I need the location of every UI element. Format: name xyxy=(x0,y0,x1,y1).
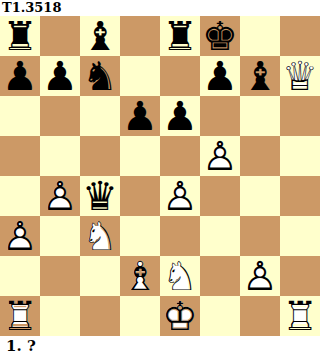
white-knight-outline-icon: ♘ xyxy=(160,256,200,296)
piece-black-knight[interactable]: ♞ xyxy=(80,56,120,96)
black-pawn-icon: ♟ xyxy=(200,56,240,96)
piece-black-bishop[interactable]: ♝ xyxy=(240,56,280,96)
square-f2[interactable] xyxy=(200,256,240,296)
square-b8[interactable] xyxy=(40,16,80,56)
square-h8[interactable] xyxy=(280,16,320,56)
square-e2[interactable]: ♞♘ xyxy=(160,256,200,296)
square-d4[interactable] xyxy=(120,176,160,216)
square-b7[interactable]: ♟ xyxy=(40,56,80,96)
white-pawn-outline-icon: ♙ xyxy=(160,176,200,216)
square-f8[interactable]: ♚ xyxy=(200,16,240,56)
square-h4[interactable] xyxy=(280,176,320,216)
black-rook-icon: ♜ xyxy=(0,16,40,56)
piece-black-pawn[interactable]: ♟ xyxy=(200,56,240,96)
piece-black-pawn[interactable]: ♟ xyxy=(40,56,80,96)
black-rook-icon: ♜ xyxy=(160,16,200,56)
square-d3[interactable] xyxy=(120,216,160,256)
square-c2[interactable] xyxy=(80,256,120,296)
square-a3[interactable]: ♟♙ xyxy=(0,216,40,256)
square-b3[interactable] xyxy=(40,216,80,256)
piece-black-pawn[interactable]: ♟ xyxy=(0,56,40,96)
square-a5[interactable] xyxy=(0,136,40,176)
square-f5[interactable]: ♟♙ xyxy=(200,136,240,176)
square-a1[interactable]: ♜♖ xyxy=(0,296,40,336)
square-a6[interactable] xyxy=(0,96,40,136)
square-g6[interactable] xyxy=(240,96,280,136)
square-g3[interactable] xyxy=(240,216,280,256)
black-pawn-icon: ♟ xyxy=(40,56,80,96)
black-queen-icon: ♛ xyxy=(80,176,120,216)
piece-black-rook[interactable]: ♜ xyxy=(0,16,40,56)
piece-black-king[interactable]: ♚ xyxy=(200,16,240,56)
piece-black-pawn[interactable]: ♟ xyxy=(120,96,160,136)
piece-white-pawn[interactable]: ♟♙ xyxy=(240,256,280,296)
black-bishop-icon: ♝ xyxy=(80,16,120,56)
white-rook-outline-icon: ♖ xyxy=(0,296,40,336)
square-h7[interactable]: ♛♕ xyxy=(280,56,320,96)
square-g1[interactable] xyxy=(240,296,280,336)
piece-black-pawn[interactable]: ♟ xyxy=(160,96,200,136)
black-bishop-icon: ♝ xyxy=(240,56,280,96)
square-c7[interactable]: ♞ xyxy=(80,56,120,96)
puzzle-id: T1.3518 xyxy=(0,0,320,16)
square-c8[interactable]: ♝ xyxy=(80,16,120,56)
square-f4[interactable] xyxy=(200,176,240,216)
square-e8[interactable]: ♜ xyxy=(160,16,200,56)
square-g7[interactable]: ♝ xyxy=(240,56,280,96)
white-king-outline-icon: ♔ xyxy=(160,296,200,336)
piece-black-bishop[interactable]: ♝ xyxy=(80,16,120,56)
square-h3[interactable] xyxy=(280,216,320,256)
square-a4[interactable] xyxy=(0,176,40,216)
square-f3[interactable] xyxy=(200,216,240,256)
white-pawn-outline-icon: ♙ xyxy=(40,176,80,216)
square-h5[interactable] xyxy=(280,136,320,176)
square-d2[interactable]: ♝♗ xyxy=(120,256,160,296)
square-f7[interactable]: ♟ xyxy=(200,56,240,96)
piece-white-bishop[interactable]: ♝♗ xyxy=(120,256,160,296)
piece-black-rook[interactable]: ♜ xyxy=(160,16,200,56)
white-pawn-outline-icon: ♙ xyxy=(240,256,280,296)
chess-puzzle-window: T1.3518 ♜♝♜♚♟♟♞♟♝♛♕♟♟♟♙♟♙♛♟♙♟♙♞♘♝♗♞♘♟♙♜♖… xyxy=(0,0,320,360)
piece-white-pawn[interactable]: ♟♙ xyxy=(200,136,240,176)
square-d1[interactable] xyxy=(120,296,160,336)
square-g5[interactable] xyxy=(240,136,280,176)
black-pawn-icon: ♟ xyxy=(160,96,200,136)
square-c1[interactable] xyxy=(80,296,120,336)
square-b5[interactable] xyxy=(40,136,80,176)
piece-white-rook[interactable]: ♜♖ xyxy=(0,296,40,336)
square-c6[interactable] xyxy=(80,96,120,136)
square-d6[interactable]: ♟ xyxy=(120,96,160,136)
square-c3[interactable]: ♞♘ xyxy=(80,216,120,256)
square-g2[interactable]: ♟♙ xyxy=(240,256,280,296)
piece-white-queen[interactable]: ♛♕ xyxy=(280,56,320,96)
square-e3[interactable] xyxy=(160,216,200,256)
piece-black-queen[interactable]: ♛ xyxy=(80,176,120,216)
chess-board: ♜♝♜♚♟♟♞♟♝♛♕♟♟♟♙♟♙♛♟♙♟♙♞♘♝♗♞♘♟♙♜♖♚♔♜♖ xyxy=(0,16,320,336)
piece-white-pawn[interactable]: ♟♙ xyxy=(0,216,40,256)
black-king-icon: ♚ xyxy=(200,16,240,56)
square-e1[interactable]: ♚♔ xyxy=(160,296,200,336)
square-a8[interactable]: ♜ xyxy=(0,16,40,56)
piece-white-knight[interactable]: ♞♘ xyxy=(80,216,120,256)
square-f6[interactable] xyxy=(200,96,240,136)
white-knight-outline-icon: ♘ xyxy=(80,216,120,256)
black-pawn-icon: ♟ xyxy=(120,96,160,136)
square-e5[interactable] xyxy=(160,136,200,176)
move-prompt: 1. ? xyxy=(0,336,320,360)
square-h6[interactable] xyxy=(280,96,320,136)
black-pawn-icon: ♟ xyxy=(0,56,40,96)
square-b2[interactable] xyxy=(40,256,80,296)
white-pawn-outline-icon: ♙ xyxy=(0,216,40,256)
white-rook-outline-icon: ♖ xyxy=(280,296,320,336)
square-e6[interactable]: ♟ xyxy=(160,96,200,136)
square-a7[interactable]: ♟ xyxy=(0,56,40,96)
square-h2[interactable] xyxy=(280,256,320,296)
square-c5[interactable] xyxy=(80,136,120,176)
square-d8[interactable] xyxy=(120,16,160,56)
square-c4[interactable]: ♛ xyxy=(80,176,120,216)
piece-white-pawn[interactable]: ♟♙ xyxy=(160,176,200,216)
piece-white-pawn[interactable]: ♟♙ xyxy=(40,176,80,216)
piece-white-king[interactable]: ♚♔ xyxy=(160,296,200,336)
white-bishop-outline-icon: ♗ xyxy=(120,256,160,296)
square-g4[interactable] xyxy=(240,176,280,216)
white-queen-outline-icon: ♕ xyxy=(280,56,320,96)
black-knight-icon: ♞ xyxy=(80,56,120,96)
square-e7[interactable] xyxy=(160,56,200,96)
square-a2[interactable] xyxy=(0,256,40,296)
square-f1[interactable] xyxy=(200,296,240,336)
piece-white-rook[interactable]: ♜♖ xyxy=(280,296,320,336)
square-d5[interactable] xyxy=(120,136,160,176)
white-pawn-outline-icon: ♙ xyxy=(200,136,240,176)
square-b1[interactable] xyxy=(40,296,80,336)
square-d7[interactable] xyxy=(120,56,160,96)
square-h1[interactable]: ♜♖ xyxy=(280,296,320,336)
piece-white-knight[interactable]: ♞♘ xyxy=(160,256,200,296)
square-b4[interactable]: ♟♙ xyxy=(40,176,80,216)
square-e4[interactable]: ♟♙ xyxy=(160,176,200,216)
square-g8[interactable] xyxy=(240,16,280,56)
square-b6[interactable] xyxy=(40,96,80,136)
